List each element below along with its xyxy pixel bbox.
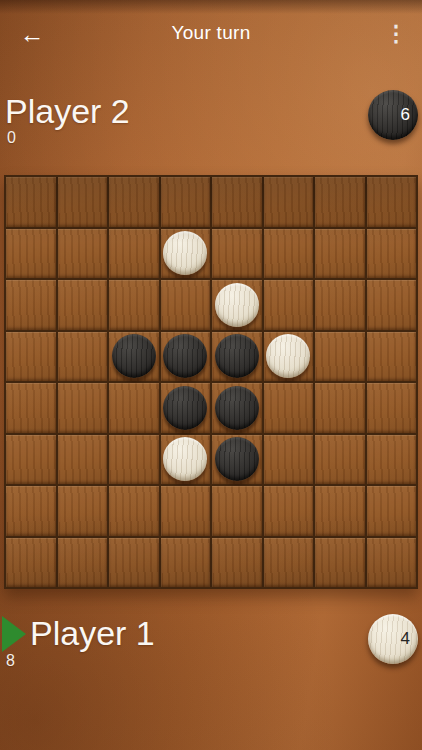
white-disc-counter: 4	[368, 614, 418, 664]
board-cell[interactable]	[58, 383, 108, 433]
board-cell[interactable]	[58, 332, 108, 382]
board-cell[interactable]	[264, 538, 314, 588]
board-cell[interactable]	[161, 229, 211, 279]
white-piece	[163, 231, 207, 275]
board-cell[interactable]	[109, 280, 159, 330]
black-piece	[163, 386, 207, 430]
board-cell[interactable]	[367, 486, 417, 536]
board-cell[interactable]	[315, 177, 365, 227]
board-cell[interactable]	[367, 332, 417, 382]
turn-indicator-icon	[2, 616, 26, 652]
board-cell[interactable]	[161, 332, 211, 382]
board-cell[interactable]	[367, 435, 417, 485]
white-piece	[266, 334, 310, 378]
board-cell[interactable]	[58, 280, 108, 330]
board-cell[interactable]	[161, 383, 211, 433]
board-cell[interactable]	[264, 486, 314, 536]
board-cell[interactable]	[58, 177, 108, 227]
board-cell[interactable]	[264, 332, 314, 382]
board-cell[interactable]	[161, 177, 211, 227]
board-cell[interactable]	[367, 383, 417, 433]
board-cell[interactable]	[315, 280, 365, 330]
white-piece	[163, 437, 207, 481]
board-cell[interactable]	[315, 229, 365, 279]
black-piece	[215, 334, 259, 378]
top-app-bar: ← Your turn ⋮	[0, 0, 422, 66]
board-cell[interactable]	[212, 486, 262, 536]
board-cell[interactable]	[367, 229, 417, 279]
board-cell[interactable]	[212, 229, 262, 279]
board-cell[interactable]	[161, 435, 211, 485]
board-cell[interactable]	[161, 538, 211, 588]
board-cell[interactable]	[58, 435, 108, 485]
black-piece	[215, 437, 259, 481]
board-cell[interactable]	[109, 435, 159, 485]
board-cell[interactable]	[315, 383, 365, 433]
board-cell[interactable]	[6, 332, 56, 382]
board-cell[interactable]	[264, 435, 314, 485]
game-screen: ← Your turn ⋮ Player 2 0 6 Player 1 8 4	[0, 0, 422, 750]
board-cell[interactable]	[212, 538, 262, 588]
board-cell[interactable]	[212, 280, 262, 330]
black-piece	[163, 334, 207, 378]
board-cell[interactable]	[212, 332, 262, 382]
white-disc-count: 4	[401, 629, 410, 649]
board-cell[interactable]	[109, 486, 159, 536]
player2-score: 0	[7, 129, 16, 147]
board-cell[interactable]	[212, 435, 262, 485]
player1-name: Player 1	[30, 614, 155, 653]
board-cell[interactable]	[6, 177, 56, 227]
board-cell[interactable]	[367, 177, 417, 227]
board-cell[interactable]	[58, 486, 108, 536]
vertical-dots-icon: ⋮	[385, 21, 407, 46]
black-disc-counter: 6	[368, 90, 418, 140]
board-cell[interactable]	[315, 486, 365, 536]
board-cell[interactable]	[109, 538, 159, 588]
board-cell[interactable]	[212, 383, 262, 433]
board-cell[interactable]	[315, 332, 365, 382]
black-piece	[112, 334, 156, 378]
board-cell[interactable]	[315, 538, 365, 588]
board-cell[interactable]	[315, 435, 365, 485]
overflow-menu-button[interactable]: ⋮	[380, 16, 412, 52]
board-cell[interactable]	[109, 177, 159, 227]
board-cell[interactable]	[6, 486, 56, 536]
board-cell[interactable]	[161, 486, 211, 536]
board-cell[interactable]	[6, 383, 56, 433]
othello-board[interactable]	[4, 175, 418, 589]
board-cell[interactable]	[109, 229, 159, 279]
white-piece	[215, 283, 259, 327]
black-piece	[215, 386, 259, 430]
board-cell[interactable]	[367, 538, 417, 588]
board-cell[interactable]	[264, 383, 314, 433]
board-cell[interactable]	[212, 177, 262, 227]
board-cell[interactable]	[264, 280, 314, 330]
board-cell[interactable]	[264, 177, 314, 227]
board-cell[interactable]	[6, 435, 56, 485]
player2-name: Player 2	[5, 92, 130, 131]
board-cell[interactable]	[6, 229, 56, 279]
board-cell[interactable]	[58, 538, 108, 588]
page-title: Your turn	[0, 22, 422, 44]
board-cell[interactable]	[264, 229, 314, 279]
board-cell[interactable]	[109, 383, 159, 433]
black-disc-count: 6	[401, 105, 410, 125]
player1-score: 8	[6, 652, 15, 670]
board-cell[interactable]	[161, 280, 211, 330]
board-cell[interactable]	[58, 229, 108, 279]
board-cell[interactable]	[109, 332, 159, 382]
board-cell[interactable]	[6, 280, 56, 330]
board-cell[interactable]	[6, 538, 56, 588]
board-cell[interactable]	[367, 280, 417, 330]
